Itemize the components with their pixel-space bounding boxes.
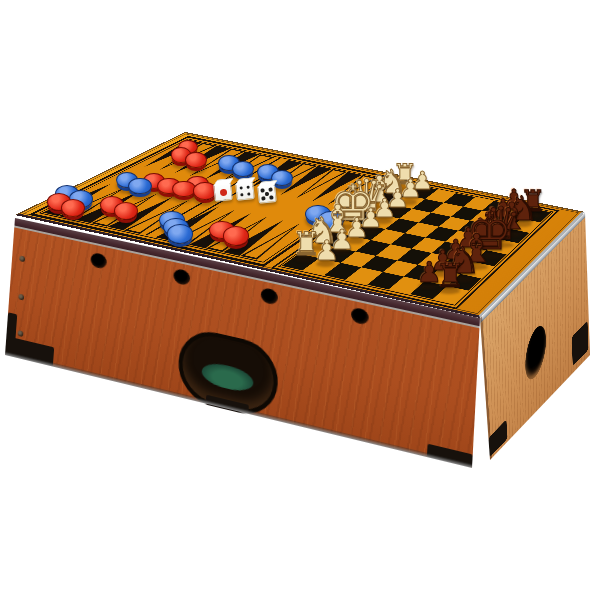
screw-2 bbox=[18, 294, 24, 301]
game-box-photo: ♜♟♞♟♝♟♟♜♛♟♟♞♚♟♟♝♝♟♟♛♞♟♟♚♜♟♟♝♟♞♟♜ bbox=[0, 0, 600, 600]
front-hole-3 bbox=[260, 287, 278, 306]
felt-lining bbox=[201, 360, 253, 394]
corner-bracket-bottom bbox=[488, 419, 507, 457]
corner-bracket-right bbox=[572, 321, 589, 366]
screw-1 bbox=[19, 255, 25, 262]
screw-3 bbox=[18, 330, 24, 337]
front-hole-4 bbox=[351, 307, 369, 326]
front-hole-2 bbox=[173, 268, 190, 286]
hand-hole bbox=[524, 320, 548, 386]
front-hole-1 bbox=[90, 252, 107, 270]
